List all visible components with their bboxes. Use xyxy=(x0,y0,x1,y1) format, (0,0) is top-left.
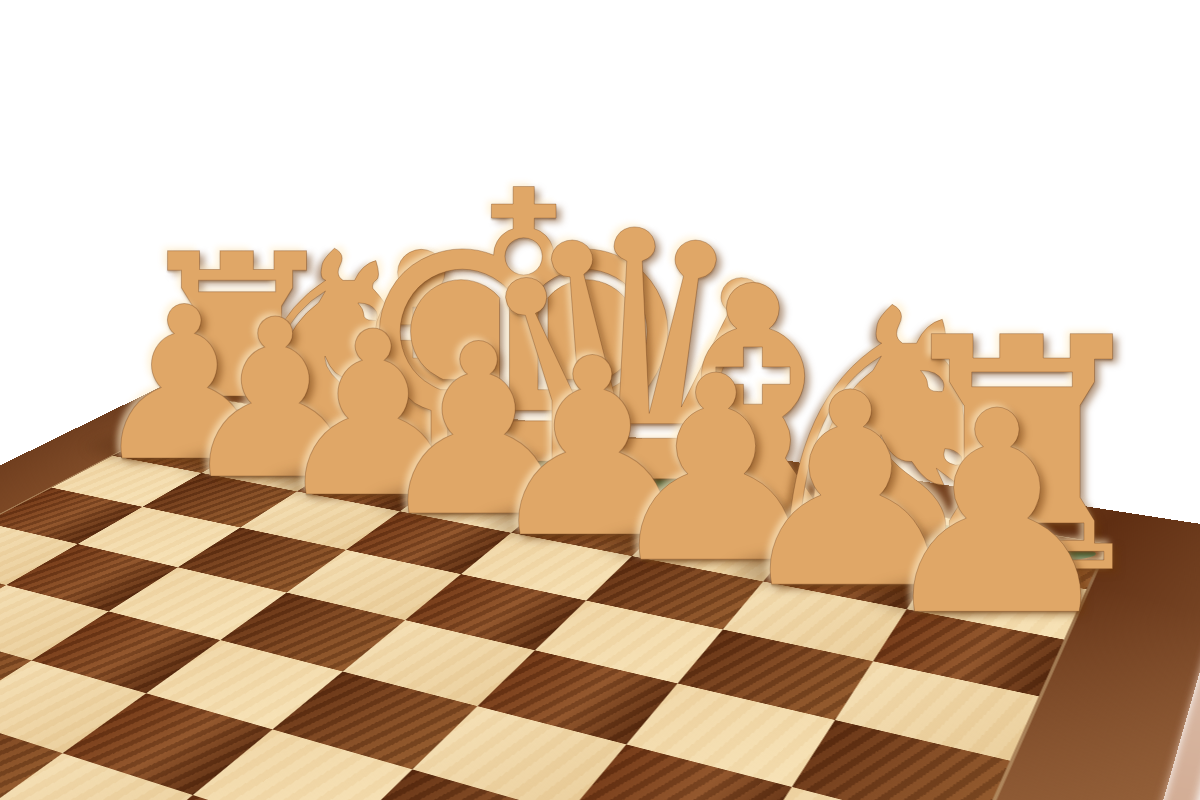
board-frame xyxy=(0,370,1200,800)
board-grid xyxy=(0,400,1107,800)
chessboard xyxy=(0,370,1200,800)
chess-set-photo: ♜♞♝♚♛♝♞♜♟♟♟♟♟♟♟♟ xyxy=(0,0,1200,800)
